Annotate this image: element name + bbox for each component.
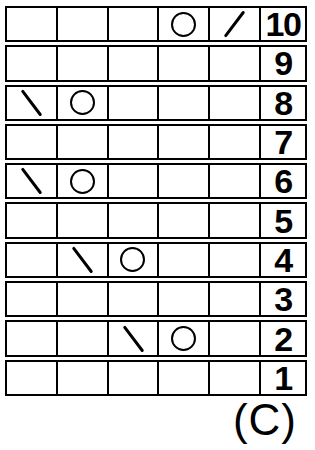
left-slash-icon bbox=[21, 89, 42, 116]
cell-r1-c4 bbox=[159, 362, 210, 394]
cell-r6-c4 bbox=[159, 165, 210, 197]
yarn-over-icon bbox=[70, 169, 95, 194]
row-number-9: 9 bbox=[261, 47, 305, 79]
cell-r8-c3 bbox=[109, 87, 160, 119]
footer-label: (C) bbox=[233, 398, 297, 442]
cell-r5-c2 bbox=[58, 204, 109, 236]
cell-r3-c2 bbox=[58, 283, 109, 315]
cell-r8-c5 bbox=[210, 87, 261, 119]
cell-r6-c1 bbox=[7, 165, 58, 197]
left-slash-icon bbox=[122, 325, 143, 352]
row-number-3: 3 bbox=[261, 283, 305, 315]
cell-r2-c4 bbox=[159, 322, 210, 354]
cell-r5-c5 bbox=[210, 204, 261, 236]
row-number-5: 5 bbox=[261, 204, 305, 236]
cell-r5-c1 bbox=[7, 204, 58, 236]
chart-row-5: 5 bbox=[5, 202, 307, 238]
cell-r5-c4 bbox=[159, 204, 210, 236]
cell-r4-c3 bbox=[109, 244, 160, 276]
cell-r4-c4 bbox=[159, 244, 210, 276]
cell-r7-c4 bbox=[159, 126, 210, 158]
cell-r2-c1 bbox=[7, 322, 58, 354]
cell-r4-c5 bbox=[210, 244, 261, 276]
row-number-10: 10 bbox=[261, 8, 305, 40]
cell-r7-c3 bbox=[109, 126, 160, 158]
cell-r9-c2 bbox=[58, 47, 109, 79]
cell-r1-c3 bbox=[109, 362, 160, 394]
chart-grid: 10987654321 bbox=[5, 6, 307, 399]
yarn-over-icon bbox=[120, 247, 145, 272]
yarn-over-icon bbox=[171, 12, 196, 37]
cell-r3-c4 bbox=[159, 283, 210, 315]
cell-r2-c5 bbox=[210, 322, 261, 354]
cell-r2-c3 bbox=[109, 322, 160, 354]
row-number-7: 7 bbox=[261, 126, 305, 158]
cell-r5-c3 bbox=[109, 204, 160, 236]
cell-r8-c2 bbox=[58, 87, 109, 119]
chart-row-7: 7 bbox=[5, 124, 307, 160]
cell-r6-c3 bbox=[109, 165, 160, 197]
chart-row-8: 8 bbox=[5, 85, 307, 121]
cell-r7-c1 bbox=[7, 126, 58, 158]
chart-row-6: 6 bbox=[5, 163, 307, 199]
cell-r2-c2 bbox=[58, 322, 109, 354]
chart-row-10: 10 bbox=[5, 6, 307, 42]
chart-row-9: 9 bbox=[5, 45, 307, 81]
row-number-6: 6 bbox=[261, 165, 305, 197]
left-slash-icon bbox=[71, 246, 92, 273]
cell-r10-c3 bbox=[109, 8, 160, 40]
cell-r9-c5 bbox=[210, 47, 261, 79]
cell-r10-c5 bbox=[210, 8, 261, 40]
cell-r3-c3 bbox=[109, 283, 160, 315]
chart-row-3: 3 bbox=[5, 281, 307, 317]
cell-r3-c5 bbox=[210, 283, 261, 315]
cell-r7-c2 bbox=[58, 126, 109, 158]
right-slash-icon bbox=[224, 11, 245, 38]
row-number-8: 8 bbox=[261, 87, 305, 119]
row-number-1: 1 bbox=[261, 362, 305, 394]
yarn-over-icon bbox=[171, 326, 196, 351]
cell-r9-c3 bbox=[109, 47, 160, 79]
knitting-chart-page: 10987654321 (C) bbox=[0, 0, 315, 450]
cell-r9-c1 bbox=[7, 47, 58, 79]
cell-r6-c5 bbox=[210, 165, 261, 197]
cell-r10-c4 bbox=[159, 8, 210, 40]
chart-row-2: 2 bbox=[5, 320, 307, 356]
cell-r7-c5 bbox=[210, 126, 261, 158]
cell-r8-c4 bbox=[159, 87, 210, 119]
cell-r6-c2 bbox=[58, 165, 109, 197]
row-number-2: 2 bbox=[261, 322, 305, 354]
cell-r4-c2 bbox=[58, 244, 109, 276]
chart-row-4: 4 bbox=[5, 242, 307, 278]
cell-r10-c1 bbox=[7, 8, 58, 40]
chart-row-1: 1 bbox=[5, 360, 307, 396]
row-number-4: 4 bbox=[261, 244, 305, 276]
cell-r10-c2 bbox=[58, 8, 109, 40]
left-slash-icon bbox=[21, 168, 42, 195]
cell-r8-c1 bbox=[7, 87, 58, 119]
yarn-over-icon bbox=[70, 90, 95, 115]
cell-r9-c4 bbox=[159, 47, 210, 79]
cell-r3-c1 bbox=[7, 283, 58, 315]
cell-r1-c5 bbox=[210, 362, 261, 394]
cell-r1-c2 bbox=[58, 362, 109, 394]
cell-r1-c1 bbox=[7, 362, 58, 394]
cell-r4-c1 bbox=[7, 244, 58, 276]
